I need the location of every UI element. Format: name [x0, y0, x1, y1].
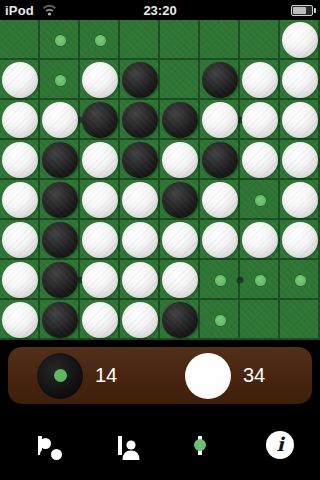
board-cell-a3[interactable]: [0, 100, 40, 140]
board-cell-f7[interactable]: [200, 260, 240, 300]
board-cell-f2[interactable]: [200, 60, 240, 100]
board-cell-d6[interactable]: [120, 220, 160, 260]
legal-move-dot[interactable]: [255, 195, 266, 206]
white-disc: [242, 222, 278, 258]
board-cell-h6[interactable]: [280, 220, 320, 260]
legal-move-dot[interactable]: [295, 275, 306, 286]
white-score-label: 34: [243, 364, 269, 387]
black-disc: [162, 102, 198, 138]
battery-icon: [291, 5, 316, 16]
board-cell-d1[interactable]: [120, 20, 160, 60]
white-disc: [202, 222, 238, 258]
board-cell-c5[interactable]: [80, 180, 120, 220]
board-cell-e8[interactable]: [160, 300, 200, 340]
white-disc: [282, 142, 318, 178]
white-disc: [162, 262, 198, 298]
black-disc: [202, 62, 238, 98]
board-cell-g1[interactable]: [240, 20, 280, 60]
black-turn-indicator-dot: [54, 369, 67, 382]
board-cell-d2[interactable]: [120, 60, 160, 100]
new-game-button[interactable]: [38, 438, 42, 453]
board-cell-h5[interactable]: [280, 180, 320, 220]
board-cell-g5[interactable]: [240, 180, 280, 220]
board-cell-b1[interactable]: [40, 20, 80, 60]
board-cell-b5[interactable]: [40, 180, 80, 220]
legal-move-dot[interactable]: [55, 35, 66, 46]
board-cell-f6[interactable]: [200, 220, 240, 260]
board-cell-h1[interactable]: [280, 20, 320, 60]
black-disc: [162, 182, 198, 218]
board-cell-b6[interactable]: [40, 220, 80, 260]
board-cell-e2[interactable]: [160, 60, 200, 100]
white-disc: [122, 262, 158, 298]
board-cell-a5[interactable]: [0, 180, 40, 220]
white-disc: [2, 262, 38, 298]
black-disc: [82, 102, 118, 138]
board-cell-d5[interactable]: [120, 180, 160, 220]
black-disc: [42, 142, 78, 178]
board-cell-c4[interactable]: [80, 140, 120, 180]
clock: 23:20: [0, 3, 320, 18]
board-cell-b4[interactable]: [40, 140, 80, 180]
board-cell-e1[interactable]: [160, 20, 200, 60]
board-cell-e3[interactable]: [160, 100, 200, 140]
board-cell-g7[interactable]: [240, 260, 280, 300]
white-disc: [242, 142, 278, 178]
board-cell-h7[interactable]: [280, 260, 320, 300]
board-cell-g6[interactable]: [240, 220, 280, 260]
black-disc: [42, 182, 78, 218]
legal-move-dot[interactable]: [215, 275, 226, 286]
hints-toggle-button[interactable]: [198, 438, 202, 453]
white-disc: [282, 22, 318, 58]
black-disc: [122, 62, 158, 98]
board-cell-h2[interactable]: [280, 60, 320, 100]
white-disc: [82, 142, 118, 178]
legal-move-dot[interactable]: [255, 275, 266, 286]
info-glyph: i: [276, 435, 283, 454]
board-cell-c6[interactable]: [80, 220, 120, 260]
board-cell-e4[interactable]: [160, 140, 200, 180]
info-icon: i: [266, 431, 294, 459]
board-cell-c1[interactable]: [80, 20, 120, 60]
board-cell-f5[interactable]: [200, 180, 240, 220]
white-disc: [2, 62, 38, 98]
black-disc: [162, 302, 198, 338]
white-score-disc: [185, 353, 231, 399]
board-cell-a7[interactable]: [0, 260, 40, 300]
white-disc: [242, 102, 278, 138]
white-disc: [42, 102, 78, 138]
board[interactable]: [0, 20, 320, 340]
white-disc: [202, 102, 238, 138]
score-area: 14 34: [0, 340, 320, 410]
black-score-disc: [37, 353, 83, 399]
board-cell-f4[interactable]: [200, 140, 240, 180]
white-disc: [2, 222, 38, 258]
board-cell-b7[interactable]: [40, 260, 80, 300]
white-disc: [282, 102, 318, 138]
board-cell-c3[interactable]: [80, 100, 120, 140]
black-disc: [42, 302, 78, 338]
white-disc: [282, 222, 318, 258]
white-disc: [162, 142, 198, 178]
white-disc: [162, 222, 198, 258]
board-cell-b8[interactable]: [40, 300, 80, 340]
white-disc: [2, 302, 38, 338]
score-panel: 14 34: [8, 347, 312, 404]
white-disc: [242, 62, 278, 98]
white-disc: [82, 182, 118, 218]
board-cell-f8[interactable]: [200, 300, 240, 340]
legal-move-dot[interactable]: [55, 75, 66, 86]
board-cell-f3[interactable]: [200, 100, 240, 140]
white-disc: [282, 62, 318, 98]
board-cell-e5[interactable]: [160, 180, 200, 220]
board-cell-g2[interactable]: [240, 60, 280, 100]
board-cell-c8[interactable]: [80, 300, 120, 340]
black-score-label: 14: [95, 364, 121, 387]
board-cell-h4[interactable]: [280, 140, 320, 180]
board-cell-d8[interactable]: [120, 300, 160, 340]
board-cell-a8[interactable]: [0, 300, 40, 340]
board-cell-g3[interactable]: [240, 100, 280, 140]
board-cell-a1[interactable]: [0, 20, 40, 60]
status-bar: iPod 23:20: [0, 0, 320, 20]
player-settings-button[interactable]: [118, 438, 122, 453]
black-disc: [122, 102, 158, 138]
board-cell-d7[interactable]: [120, 260, 160, 300]
black-disc: [122, 142, 158, 178]
player-icon: [118, 436, 122, 455]
screen: iPod 23:20 14 34: [0, 0, 320, 480]
board-cell-e7[interactable]: [160, 260, 200, 300]
legal-move-dot[interactable]: [95, 35, 106, 46]
board-cell-g4[interactable]: [240, 140, 280, 180]
board-cell-a4[interactable]: [0, 140, 40, 180]
board-cell-c2[interactable]: [80, 60, 120, 100]
board-cell-c7[interactable]: [80, 260, 120, 300]
white-disc: [202, 182, 238, 218]
board-cell-a6[interactable]: [0, 220, 40, 260]
black-disc: [202, 142, 238, 178]
white-disc: [2, 142, 38, 178]
board-cell-f1[interactable]: [200, 20, 240, 60]
legal-move-dot[interactable]: [215, 315, 226, 326]
board-cell-b3[interactable]: [40, 100, 80, 140]
white-disc: [122, 182, 158, 218]
board-cell-b2[interactable]: [40, 60, 80, 100]
board-cell-h8[interactable]: [280, 300, 320, 340]
board-cell-d3[interactable]: [120, 100, 160, 140]
board-cell-d4[interactable]: [120, 140, 160, 180]
board-cell-h3[interactable]: [280, 100, 320, 140]
new-game-board-icon: [38, 436, 42, 455]
black-disc: [42, 222, 78, 258]
white-disc: [122, 302, 158, 338]
black-disc: [42, 262, 78, 298]
white-disc: [82, 62, 118, 98]
white-disc: [82, 302, 118, 338]
info-button[interactable]: i: [266, 431, 294, 459]
white-disc: [82, 222, 118, 258]
white-disc: [2, 182, 38, 218]
white-disc: [82, 262, 118, 298]
white-disc: [282, 182, 318, 218]
board-cell-a2[interactable]: [0, 60, 40, 100]
white-disc: [2, 102, 38, 138]
board-cell-e6[interactable]: [160, 220, 200, 260]
white-disc: [122, 222, 158, 258]
hints-icon: [198, 436, 202, 455]
board-cell-g8[interactable]: [240, 300, 280, 340]
toolbar: i: [0, 410, 320, 480]
